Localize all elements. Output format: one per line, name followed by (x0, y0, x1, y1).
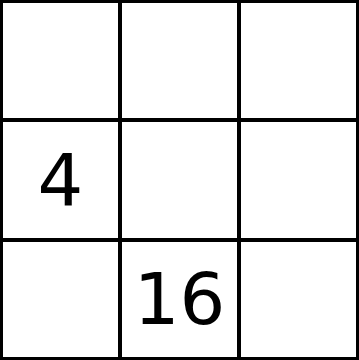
cell-r0c1[interactable] (122, 3, 237, 118)
cell-r0c2[interactable] (241, 3, 356, 118)
cell-r2c1[interactable]: 16 (122, 242, 237, 357)
cell-r0c0[interactable] (3, 3, 118, 118)
cell-r2c2[interactable] (241, 242, 356, 357)
puzzle-board: 4 16 (0, 0, 359, 360)
cell-r1c0[interactable]: 4 (3, 122, 118, 237)
cell-r1c2[interactable] (241, 122, 356, 237)
cell-r2c0[interactable] (3, 242, 118, 357)
cell-r1c1[interactable] (122, 122, 237, 237)
